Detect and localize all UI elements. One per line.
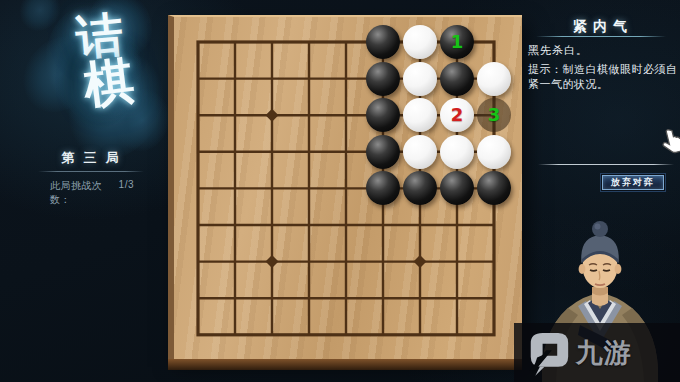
star-point <box>265 109 278 122</box>
stone-black <box>366 25 400 59</box>
stone-black: 1 <box>440 25 474 59</box>
panel-divider <box>538 164 674 165</box>
九游-logo-icon <box>528 330 570 376</box>
calligraphy-char-qi: 棋 <box>81 55 137 111</box>
ghost-stone-preview[interactable]: 3 <box>477 98 511 132</box>
stone-white <box>403 62 437 96</box>
challenge-counter: 此局挑战次数： 1/3 <box>50 179 134 207</box>
stone-white: 2 <box>440 98 474 132</box>
stone-white <box>403 98 437 132</box>
stone-black <box>366 62 400 96</box>
stone-white <box>477 62 511 96</box>
move-number-label: 1 <box>451 33 464 51</box>
move-number-label: 2 <box>451 106 464 124</box>
resign-button[interactable]: 放弃对弈 <box>602 175 664 190</box>
go-board[interactable]: 123 <box>168 15 522 359</box>
challenge-label: 此局挑战次数： <box>50 179 119 207</box>
star-point <box>265 255 278 268</box>
stone-white <box>477 135 511 169</box>
stone-white <box>403 25 437 59</box>
game-screen: 诘 棋 第三局 此局挑战次数： 1/3 123 紧内气 黑先杀白。 提示：制造白… <box>0 0 680 382</box>
ink-splash-art: 诘 棋 <box>18 0 166 160</box>
star-point <box>413 255 426 268</box>
stone-black <box>440 62 474 96</box>
round-label: 第三局 <box>24 149 156 167</box>
hand-cursor-icon <box>658 124 680 159</box>
watermark-bar: 九游 <box>514 323 680 382</box>
puzzle-title: 紧内气 <box>524 18 676 36</box>
stone-black <box>366 98 400 132</box>
move-number-label: 3 <box>488 106 501 124</box>
objective-text: 黑先杀白。 <box>528 43 588 58</box>
left-divider <box>38 171 144 172</box>
hint-text: 提示：制造白棋做眼时必须自紧一气的状况。 <box>528 62 678 92</box>
title-divider <box>536 36 666 37</box>
watermark-brand: 九游 <box>576 335 632 371</box>
stone-white <box>440 135 474 169</box>
challenge-value: 1/3 <box>119 179 134 207</box>
stone-white <box>403 135 437 169</box>
stone-black <box>366 135 400 169</box>
